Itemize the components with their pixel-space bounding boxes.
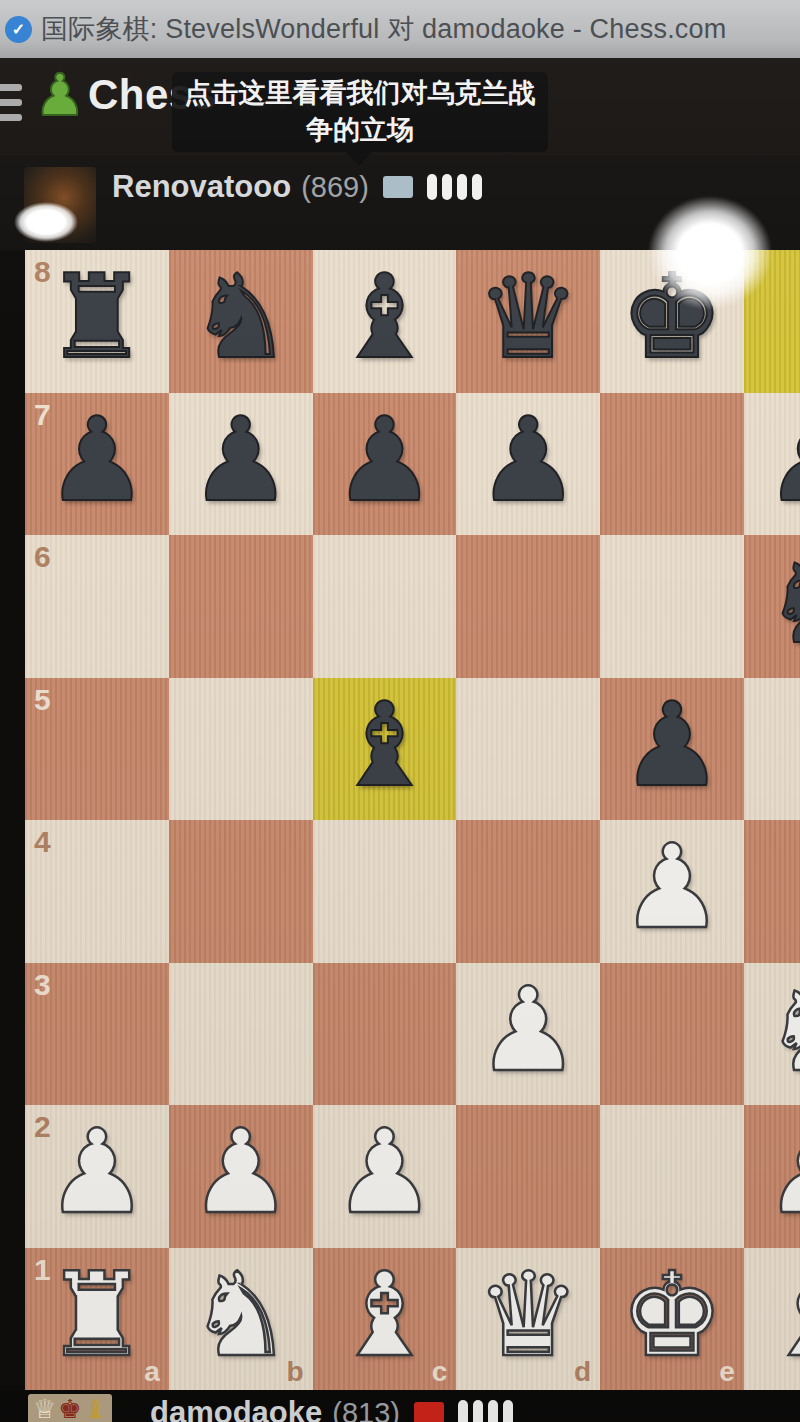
square-a5[interactable]: 5	[25, 678, 169, 821]
avatar-piece-icon: ♝	[84, 1394, 107, 1422]
own-captured-pawns-icons	[458, 1400, 513, 1422]
opponent-flag-icon	[383, 176, 413, 198]
white-pawn[interactable]: ♟	[476, 972, 580, 1088]
banner-line-2: 争的立场	[306, 112, 414, 149]
ukraine-statement-banner[interactable]: 点击这里看看我们对乌克兰战 争的立场	[172, 72, 548, 152]
white-bishop[interactable]: ♝	[764, 1257, 800, 1373]
square-e3[interactable]	[600, 963, 744, 1106]
rank-label-3: 3	[34, 968, 51, 1002]
board-viewport: 8♜♞♝♛♚7♟♟♟♟♟6♞5♝♟4♟3♟♞2♟♟♟♟1a♜b♞c♝d♛e♚f♝…	[25, 250, 800, 1390]
black-bishop[interactable]: ♝	[332, 687, 436, 803]
square-b8[interactable]: ♞	[169, 250, 313, 393]
browser-titlebar: ✓ 国际象棋: StevelsWonderful 对 damodaoke - C…	[0, 0, 800, 58]
square-b1[interactable]: b♞	[169, 1248, 313, 1391]
verified-badge-icon: ✓	[5, 16, 32, 43]
square-f4[interactable]	[744, 820, 800, 963]
captured-pawn-pill-icon	[427, 174, 437, 200]
tab-title: 国际象棋: StevelsWonderful 对 damodaoke - Che…	[41, 11, 726, 47]
black-pawn[interactable]: ♟	[45, 402, 149, 518]
captured-pawn-pill-icon	[488, 1400, 498, 1422]
white-knight[interactable]: ♞	[189, 1257, 293, 1373]
square-f1[interactable]: f♝	[744, 1248, 800, 1391]
square-e7[interactable]	[600, 393, 744, 536]
white-pawn[interactable]: ♟	[332, 1114, 436, 1230]
square-d4[interactable]	[456, 820, 600, 963]
white-pawn[interactable]: ♟	[189, 1114, 293, 1230]
captured-pawn-pill-icon	[458, 1400, 468, 1422]
black-pawn[interactable]: ♟	[764, 402, 800, 518]
white-bishop[interactable]: ♝	[332, 1257, 436, 1373]
square-d7[interactable]: ♟	[456, 393, 600, 536]
square-c2[interactable]: ♟	[313, 1105, 457, 1248]
white-queen[interactable]: ♛	[476, 1257, 580, 1373]
app-header: ♟ Chess .com 点击这里看看我们对乌克兰战 争的立场	[0, 58, 800, 155]
square-d5[interactable]	[456, 678, 600, 821]
square-a8[interactable]: 8♜	[25, 250, 169, 393]
own-username[interactable]: damodaoke	[150, 1395, 322, 1422]
black-pawn[interactable]: ♟	[189, 402, 293, 518]
rank-label-5: 5	[34, 683, 51, 717]
square-e1[interactable]: e♚	[600, 1248, 744, 1391]
captured-pawn-pill-icon	[473, 1400, 483, 1422]
square-a6[interactable]: 6	[25, 535, 169, 678]
square-a2[interactable]: 2♟	[25, 1105, 169, 1248]
opponent-username[interactable]: Renovatooo	[112, 169, 291, 205]
white-pawn[interactable]: ♟	[45, 1114, 149, 1230]
own-rating: (813)	[332, 1397, 400, 1422]
camera-flash-reflection	[648, 196, 772, 310]
square-b2[interactable]: ♟	[169, 1105, 313, 1248]
black-pawn[interactable]: ♟	[332, 402, 436, 518]
black-queen[interactable]: ♛	[476, 259, 580, 375]
square-a1[interactable]: 1a♜	[25, 1248, 169, 1391]
square-d1[interactable]: d♛	[456, 1248, 600, 1391]
square-c6[interactable]	[313, 535, 457, 678]
captured-pawn-pill-icon	[457, 174, 467, 200]
square-d6[interactable]	[456, 535, 600, 678]
square-a4[interactable]: 4	[25, 820, 169, 963]
square-c5[interactable]: ♝	[313, 678, 457, 821]
square-a3[interactable]: 3	[25, 963, 169, 1106]
square-e5[interactable]: ♟	[600, 678, 744, 821]
own-player-bar: ♕♚♝ damodaoke (813)	[0, 1390, 800, 1422]
square-b3[interactable]	[169, 963, 313, 1106]
own-flag-icon	[414, 1402, 444, 1422]
square-c7[interactable]: ♟	[313, 393, 457, 536]
hamburger-menu-icon[interactable]	[0, 84, 22, 121]
rank-label-4: 4	[34, 825, 51, 859]
square-f3[interactable]: ♞	[744, 963, 800, 1106]
black-pawn[interactable]: ♟	[476, 402, 580, 518]
black-knight[interactable]: ♞	[189, 259, 293, 375]
black-knight[interactable]: ♞	[764, 544, 800, 660]
captured-pawn-pill-icon	[503, 1400, 513, 1422]
camera-flash-reflection-small	[14, 202, 78, 242]
square-e2[interactable]	[600, 1105, 744, 1248]
square-f7[interactable]: ♟	[744, 393, 800, 536]
square-d8[interactable]: ♛	[456, 250, 600, 393]
square-d3[interactable]: ♟	[456, 963, 600, 1106]
avatar-piece-icon: ♕	[33, 1394, 56, 1422]
square-b4[interactable]	[169, 820, 313, 963]
green-pawn-logo-icon: ♟	[34, 66, 86, 124]
chess-board: 8♜♞♝♛♚7♟♟♟♟♟6♞5♝♟4♟3♟♞2♟♟♟♟1a♜b♞c♝d♛e♚f♝…	[25, 250, 800, 1390]
square-b6[interactable]	[169, 535, 313, 678]
square-b5[interactable]	[169, 678, 313, 821]
phone-screen: ✓ 国际象棋: StevelsWonderful 对 damodaoke - C…	[0, 0, 800, 1422]
black-pawn[interactable]: ♟	[620, 687, 724, 803]
black-rook[interactable]: ♜	[45, 259, 149, 375]
white-pawn[interactable]: ♟	[764, 1114, 800, 1230]
banner-arrow	[346, 152, 372, 166]
captured-pawn-pill-icon	[442, 174, 452, 200]
square-b7[interactable]: ♟	[169, 393, 313, 536]
square-c1[interactable]: c♝	[313, 1248, 457, 1391]
white-rook[interactable]: ♜	[45, 1257, 149, 1373]
own-avatar[interactable]: ♕♚♝	[28, 1394, 112, 1422]
black-bishop[interactable]: ♝	[332, 259, 436, 375]
avatar-piece-icon: ♚	[58, 1394, 81, 1422]
square-f2[interactable]: ♟	[744, 1105, 800, 1248]
opponent-captured-pawns-icons	[427, 174, 482, 200]
square-c3[interactable]	[313, 963, 457, 1106]
opponent-rating: (869)	[301, 171, 369, 204]
banner-line-1: 点击这里看看我们对乌克兰战	[185, 75, 536, 112]
square-e6[interactable]	[600, 535, 744, 678]
square-c4[interactable]	[313, 820, 457, 963]
square-a7[interactable]: 7♟	[25, 393, 169, 536]
white-king[interactable]: ♚	[620, 1257, 724, 1373]
rank-label-6: 6	[34, 540, 51, 574]
white-pawn[interactable]: ♟	[620, 829, 724, 945]
square-f5[interactable]	[744, 678, 800, 821]
captured-pawn-pill-icon	[472, 174, 482, 200]
square-d2[interactable]	[456, 1105, 600, 1248]
white-knight[interactable]: ♞	[764, 972, 800, 1088]
square-e4[interactable]: ♟	[600, 820, 744, 963]
square-f6[interactable]: ♞	[744, 535, 800, 678]
square-c8[interactable]: ♝	[313, 250, 457, 393]
